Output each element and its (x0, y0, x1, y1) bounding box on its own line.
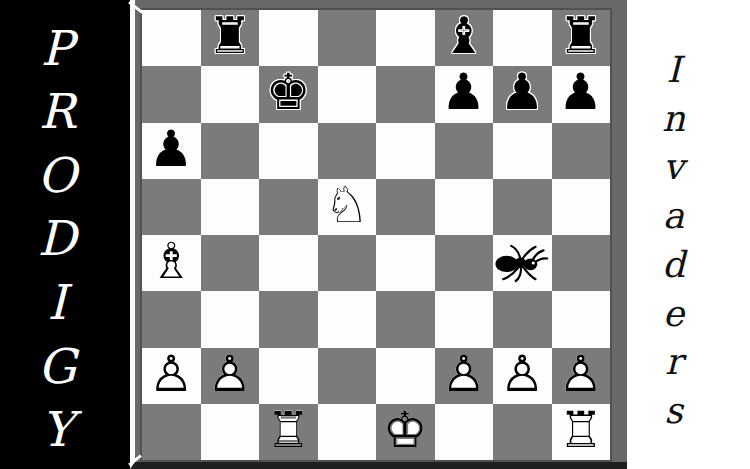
prodigy-letter-G: G (38, 342, 76, 390)
black-pawn: ♟ (552, 66, 611, 122)
square-a5 (142, 179, 201, 235)
black-rook: ♜ (201, 10, 260, 66)
white-knight-outline: ♘ (318, 180, 377, 230)
square-g5 (493, 179, 552, 235)
black-king: ♚ (259, 66, 318, 122)
black-rook-glyph: ♜ (552, 11, 611, 61)
square-h4 (552, 235, 611, 291)
prodigy-letter-I: I (48, 278, 67, 326)
prodigy-letter-D: D (38, 214, 76, 262)
square-e5 (376, 179, 435, 235)
square-d5: ♞♘ (318, 179, 377, 235)
square-g2: ♟♙ (493, 348, 552, 404)
square-c4 (259, 235, 318, 291)
square-f1 (435, 404, 494, 460)
square-h6 (552, 123, 611, 179)
square-c6 (259, 123, 318, 179)
black-king-glyph: ♚ (259, 67, 318, 117)
square-d6 (318, 123, 377, 179)
chess-board: ♜♝♜♚♟♟♟♟♞♘♝♗ ♟♙♟♙♟♙♟♙♟♙♜♖♚♔♜♖ (140, 8, 612, 462)
black-pawn: ♟ (435, 66, 494, 122)
square-c2 (259, 348, 318, 404)
white-rook: ♜♖ (259, 404, 318, 460)
white-pawn: ♟♙ (493, 348, 552, 404)
invaders-letter-s: s (664, 393, 682, 429)
left-banner-prodigy: PRODIGY (0, 0, 130, 469)
square-d4 (318, 235, 377, 291)
right-banner-invaders: Invaders (627, 0, 750, 469)
black-pawn: ♟ (493, 66, 552, 122)
square-e1: ♚♔ (376, 404, 435, 460)
square-a4: ♝♗ (142, 235, 201, 291)
square-h2: ♟♙ (552, 348, 611, 404)
square-f7: ♟ (435, 66, 494, 122)
square-f3 (435, 291, 494, 347)
square-a1 (142, 404, 201, 460)
white-bishop: ♝♗ (142, 235, 201, 291)
page: PRODIGY ♜♝♜♚♟♟♟♟♞♘♝♗ ♟♙♟♙♟♙♟♙♟♙♜♖♚♔♜♖ In… (0, 0, 750, 469)
square-b7 (201, 66, 260, 122)
chess-board-frame: ♜♝♜♚♟♟♟♟♞♘♝♗ ♟♙♟♙♟♙♟♙♟♙♜♖♚♔♜♖ (130, 0, 627, 469)
white-pawn-outline: ♙ (435, 349, 494, 399)
white-pawn-outline: ♙ (201, 349, 260, 399)
square-c8 (259, 10, 318, 66)
white-bishop-outline: ♗ (142, 236, 201, 286)
square-d3 (318, 291, 377, 347)
square-b2: ♟♙ (201, 348, 260, 404)
black-pawn: ♟ (142, 123, 201, 179)
square-b8: ♜ (201, 10, 260, 66)
square-e8 (376, 10, 435, 66)
black-bishop-glyph: ♝ (435, 11, 494, 61)
square-f5 (435, 179, 494, 235)
square-h5 (552, 179, 611, 235)
invaders-letter-I: I (666, 52, 680, 88)
square-a3 (142, 291, 201, 347)
white-pawn: ♟♙ (435, 348, 494, 404)
prodigy-letter-R: R (39, 87, 75, 135)
black-bishop: ♝ (435, 10, 494, 66)
square-g6 (493, 123, 552, 179)
white-king: ♚♔ (376, 404, 435, 460)
square-a2: ♟♙ (142, 348, 201, 404)
square-g4 (493, 235, 552, 291)
invaders-letter-r: r (665, 344, 682, 380)
square-g1 (493, 404, 552, 460)
white-pawn-outline: ♙ (552, 349, 611, 399)
square-e4 (376, 235, 435, 291)
white-pawn-outline: ♙ (493, 349, 552, 399)
square-h1: ♜♖ (552, 404, 611, 460)
square-a7 (142, 66, 201, 122)
square-f4 (435, 235, 494, 291)
white-pawn: ♟♙ (552, 348, 611, 404)
square-g7: ♟ (493, 66, 552, 122)
invaders-letter-v: v (663, 149, 683, 185)
square-h7: ♟ (552, 66, 611, 122)
square-h8: ♜ (552, 10, 611, 66)
square-d8 (318, 10, 377, 66)
white-knight: ♞♘ (318, 179, 377, 235)
square-e6 (376, 123, 435, 179)
square-b3 (201, 291, 260, 347)
white-king-outline: ♔ (376, 405, 435, 455)
square-b6 (201, 123, 260, 179)
square-c5 (259, 179, 318, 235)
white-pawn: ♟♙ (142, 348, 201, 404)
square-g3 (493, 291, 552, 347)
square-e3 (376, 291, 435, 347)
white-rook-outline: ♖ (552, 405, 611, 455)
square-f2: ♟♙ (435, 348, 494, 404)
white-pawn-outline: ♙ (142, 349, 201, 399)
white-pawn: ♟♙ (201, 348, 260, 404)
prodigy-letter-Y: Y (41, 405, 73, 453)
prodigy-letter-P: P (41, 24, 73, 72)
square-b5 (201, 179, 260, 235)
square-d1 (318, 404, 377, 460)
square-e7 (376, 66, 435, 122)
square-c7: ♚ (259, 66, 318, 122)
square-f8: ♝ (435, 10, 494, 66)
square-a6: ♟ (142, 123, 201, 179)
square-a8 (142, 10, 201, 66)
square-h3 (552, 291, 611, 347)
square-b1 (201, 404, 260, 460)
black-pawn-glyph: ♟ (552, 67, 611, 117)
white-rook: ♜♖ (552, 404, 611, 460)
black-pawn-glyph: ♟ (493, 67, 552, 117)
square-f6 (435, 123, 494, 179)
invaders-letter-n: n (662, 101, 685, 137)
square-c1: ♜♖ (259, 404, 318, 460)
square-g8 (493, 10, 552, 66)
square-d7 (318, 66, 377, 122)
invaders-letter-a: a (663, 198, 684, 234)
square-d2 (318, 348, 377, 404)
invaders-letter-d: d (662, 247, 685, 283)
black-pawn-glyph: ♟ (435, 67, 494, 117)
invaders-letter-e: e (663, 296, 684, 332)
black-rook-glyph: ♜ (201, 11, 260, 61)
square-b4 (201, 235, 260, 291)
white-rook-outline: ♖ (259, 405, 318, 455)
square-c3 (259, 291, 318, 347)
ant-icon (494, 241, 550, 285)
black-pawn-glyph: ♟ (142, 124, 201, 174)
black-rook: ♜ (552, 10, 611, 66)
prodigy-letter-O: O (37, 151, 76, 199)
square-e2 (376, 348, 435, 404)
